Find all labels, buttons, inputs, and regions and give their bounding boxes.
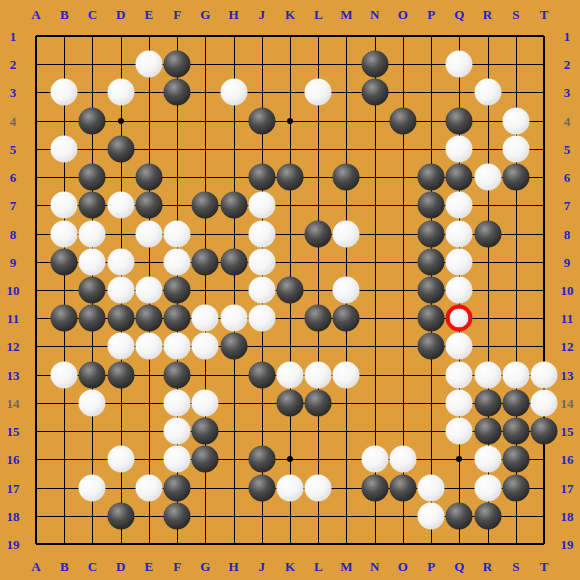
stone-white[interactable]	[502, 361, 529, 388]
col-label-top: S	[512, 8, 519, 21]
row-label-left: 13	[7, 368, 20, 381]
stone-white[interactable]	[446, 220, 473, 247]
stone-white[interactable]	[248, 277, 275, 304]
row-label-right: 2	[564, 58, 571, 71]
col-label-bottom: N	[370, 560, 379, 573]
stone-black[interactable]	[107, 361, 134, 388]
stone-white[interactable]	[135, 474, 162, 501]
stone-black[interactable]	[79, 361, 106, 388]
stone-black[interactable]	[107, 135, 134, 162]
col-label-bottom: S	[512, 560, 519, 573]
stone-black[interactable]	[361, 474, 388, 501]
stone-white[interactable]	[361, 446, 388, 473]
stone-black[interactable]	[418, 164, 445, 191]
stone-white[interactable]	[135, 277, 162, 304]
stone-white[interactable]	[418, 474, 445, 501]
col-label-top: D	[116, 8, 125, 21]
stone-white[interactable]	[164, 418, 191, 445]
stone-black[interactable]	[248, 107, 275, 134]
stone-white[interactable]	[474, 361, 501, 388]
stone-white-last-move[interactable]	[446, 305, 473, 332]
grid-line	[36, 543, 544, 545]
stone-black[interactable]	[502, 418, 529, 445]
stone-white[interactable]	[51, 79, 78, 106]
stone-white[interactable]	[418, 502, 445, 529]
row-label-right: 7	[564, 199, 571, 212]
row-label-right: 4	[564, 114, 571, 127]
grid-line	[543, 36, 545, 544]
row-label-left: 5	[10, 142, 17, 155]
row-label-left: 3	[10, 86, 17, 99]
stone-white[interactable]	[446, 51, 473, 78]
star-point	[287, 456, 293, 462]
col-label-bottom: E	[145, 560, 154, 573]
stone-black[interactable]	[531, 418, 558, 445]
col-label-bottom: K	[285, 560, 295, 573]
col-label-top: L	[314, 8, 323, 21]
stone-black[interactable]	[277, 277, 304, 304]
stone-black[interactable]	[418, 305, 445, 332]
col-label-bottom: T	[540, 560, 549, 573]
row-label-left: 9	[10, 255, 17, 268]
stone-black[interactable]	[418, 248, 445, 275]
stone-white[interactable]	[107, 333, 134, 360]
star-point	[118, 118, 124, 124]
col-label-top: T	[540, 8, 549, 21]
stone-black[interactable]	[192, 446, 219, 473]
stone-black[interactable]	[361, 51, 388, 78]
stone-black[interactable]	[305, 389, 332, 416]
row-label-left: 4	[10, 114, 17, 127]
stone-black[interactable]	[164, 361, 191, 388]
star-point	[456, 456, 462, 462]
stone-white[interactable]	[107, 248, 134, 275]
stone-white[interactable]	[446, 389, 473, 416]
stone-white[interactable]	[277, 361, 304, 388]
stone-black[interactable]	[418, 277, 445, 304]
stone-black[interactable]	[79, 164, 106, 191]
stone-black[interactable]	[446, 164, 473, 191]
stone-white[interactable]	[79, 389, 106, 416]
col-label-bottom: Q	[454, 560, 464, 573]
stone-white[interactable]	[107, 79, 134, 106]
stone-black[interactable]	[446, 502, 473, 529]
col-label-bottom: D	[116, 560, 125, 573]
stone-white[interactable]	[51, 135, 78, 162]
stone-white[interactable]	[446, 192, 473, 219]
stone-white[interactable]	[277, 474, 304, 501]
stone-white[interactable]	[531, 389, 558, 416]
row-label-right: 8	[564, 227, 571, 240]
col-label-top: H	[228, 8, 238, 21]
stone-black[interactable]	[135, 192, 162, 219]
stone-white[interactable]	[305, 79, 332, 106]
row-label-left: 16	[7, 453, 20, 466]
stone-black[interactable]	[502, 389, 529, 416]
row-label-right: 6	[564, 171, 571, 184]
row-label-right: 15	[561, 425, 574, 438]
stone-black[interactable]	[135, 164, 162, 191]
stone-white[interactable]	[164, 446, 191, 473]
row-label-right: 9	[564, 255, 571, 268]
col-label-top: A	[31, 8, 40, 21]
row-label-right: 1	[564, 30, 571, 43]
stone-white[interactable]	[502, 135, 529, 162]
stone-black[interactable]	[79, 305, 106, 332]
stone-white[interactable]	[446, 135, 473, 162]
stone-white[interactable]	[51, 192, 78, 219]
stone-black[interactable]	[474, 220, 501, 247]
stone-black[interactable]	[164, 277, 191, 304]
row-label-right: 10	[561, 284, 574, 297]
stone-black[interactable]	[164, 474, 191, 501]
row-label-left: 19	[7, 538, 20, 551]
row-label-left: 8	[10, 227, 17, 240]
stone-black[interactable]	[51, 305, 78, 332]
stone-black[interactable]	[277, 389, 304, 416]
stone-white[interactable]	[135, 51, 162, 78]
stone-black[interactable]	[51, 248, 78, 275]
stone-black[interactable]	[474, 418, 501, 445]
stone-black[interactable]	[502, 474, 529, 501]
stone-white[interactable]	[135, 333, 162, 360]
stone-white[interactable]	[446, 361, 473, 388]
stone-white[interactable]	[474, 474, 501, 501]
col-label-bottom: F	[173, 560, 181, 573]
col-label-bottom: M	[340, 560, 352, 573]
stone-black[interactable]	[164, 79, 191, 106]
stone-black[interactable]	[305, 220, 332, 247]
stone-black[interactable]	[277, 164, 304, 191]
stone-white[interactable]	[248, 192, 275, 219]
stone-white[interactable]	[135, 220, 162, 247]
stone-white[interactable]	[446, 418, 473, 445]
row-label-left: 15	[7, 425, 20, 438]
row-label-left: 18	[7, 509, 20, 522]
col-label-top: K	[285, 8, 295, 21]
stone-white[interactable]	[446, 248, 473, 275]
stone-black[interactable]	[333, 305, 360, 332]
col-label-top: G	[200, 8, 210, 21]
stone-black[interactable]	[248, 361, 275, 388]
row-label-left: 1	[10, 30, 17, 43]
col-label-top: E	[145, 8, 154, 21]
stone-white[interactable]	[107, 192, 134, 219]
stone-black[interactable]	[305, 305, 332, 332]
stone-white[interactable]	[192, 389, 219, 416]
stone-black[interactable]	[164, 502, 191, 529]
stone-black[interactable]	[220, 192, 247, 219]
stone-black[interactable]	[333, 164, 360, 191]
row-label-right: 19	[561, 538, 574, 551]
stone-white[interactable]	[333, 220, 360, 247]
col-label-bottom: J	[259, 560, 266, 573]
col-label-bottom: H	[228, 560, 238, 573]
stone-white[interactable]	[389, 446, 416, 473]
row-label-left: 12	[7, 340, 20, 353]
stone-black[interactable]	[389, 474, 416, 501]
stone-black[interactable]	[248, 474, 275, 501]
stone-black[interactable]	[220, 333, 247, 360]
stone-white[interactable]	[107, 277, 134, 304]
stone-black[interactable]	[192, 418, 219, 445]
row-label-right: 14	[561, 396, 574, 409]
col-label-bottom: B	[60, 560, 69, 573]
row-label-left: 17	[7, 481, 20, 494]
stone-white[interactable]	[248, 248, 275, 275]
col-label-top: P	[427, 8, 435, 21]
stone-black[interactable]	[418, 192, 445, 219]
stone-black[interactable]	[164, 305, 191, 332]
col-label-top: J	[259, 8, 266, 21]
col-label-top: O	[398, 8, 408, 21]
stone-white[interactable]	[248, 220, 275, 247]
row-label-left: 7	[10, 199, 17, 212]
stone-white[interactable]	[164, 389, 191, 416]
stone-white[interactable]	[474, 79, 501, 106]
stone-white[interactable]	[164, 248, 191, 275]
row-label-right: 16	[561, 453, 574, 466]
stone-white[interactable]	[305, 474, 332, 501]
row-label-right: 3	[564, 86, 571, 99]
stone-white[interactable]	[51, 361, 78, 388]
stone-black[interactable]	[248, 164, 275, 191]
stone-white[interactable]	[51, 220, 78, 247]
stone-white[interactable]	[192, 305, 219, 332]
star-point	[287, 118, 293, 124]
stone-black[interactable]	[192, 192, 219, 219]
col-label-bottom: R	[483, 560, 492, 573]
stone-white[interactable]	[474, 446, 501, 473]
stone-black[interactable]	[79, 107, 106, 134]
stone-black[interactable]	[107, 305, 134, 332]
stone-white[interactable]	[79, 474, 106, 501]
col-label-top: N	[370, 8, 379, 21]
row-label-left: 10	[7, 284, 20, 297]
stone-white[interactable]	[79, 248, 106, 275]
board-grid[interactable]	[0, 0, 580, 580]
row-label-right: 18	[561, 509, 574, 522]
row-label-right: 5	[564, 142, 571, 155]
col-label-top: B	[60, 8, 69, 21]
row-label-right: 17	[561, 481, 574, 494]
stone-white[interactable]	[107, 446, 134, 473]
stone-black[interactable]	[474, 389, 501, 416]
col-label-bottom: P	[427, 560, 435, 573]
go-board: AABBCCDDEEFFGGHHJJKKLLMMNNOOPPQQRRSSTT11…	[0, 0, 580, 580]
stone-black[interactable]	[164, 51, 191, 78]
stone-black[interactable]	[502, 446, 529, 473]
col-label-bottom: L	[314, 560, 323, 573]
col-label-top: M	[340, 8, 352, 21]
stone-black[interactable]	[135, 305, 162, 332]
col-label-top: R	[483, 8, 492, 21]
stone-white[interactable]	[531, 361, 558, 388]
stone-white[interactable]	[446, 277, 473, 304]
row-label-left: 6	[10, 171, 17, 184]
col-label-top: F	[173, 8, 181, 21]
stone-black[interactable]	[474, 502, 501, 529]
row-label-right: 12	[561, 340, 574, 353]
row-label-left: 11	[7, 312, 19, 325]
stone-white[interactable]	[192, 333, 219, 360]
stone-white[interactable]	[164, 220, 191, 247]
stone-white[interactable]	[220, 79, 247, 106]
stone-white[interactable]	[79, 220, 106, 247]
stone-black[interactable]	[418, 220, 445, 247]
stone-white[interactable]	[502, 107, 529, 134]
row-label-left: 2	[10, 58, 17, 71]
col-label-bottom: C	[88, 560, 97, 573]
col-label-top: C	[88, 8, 97, 21]
grid-line	[318, 36, 319, 544]
stone-white[interactable]	[446, 333, 473, 360]
stone-white[interactable]	[305, 361, 332, 388]
stone-black[interactable]	[107, 502, 134, 529]
stone-white[interactable]	[474, 164, 501, 191]
stone-white[interactable]	[333, 361, 360, 388]
stone-black[interactable]	[79, 277, 106, 304]
stone-black[interactable]	[361, 79, 388, 106]
col-label-bottom: G	[200, 560, 210, 573]
row-label-left: 14	[7, 396, 20, 409]
row-label-right: 13	[561, 368, 574, 381]
stone-black[interactable]	[220, 248, 247, 275]
stone-white[interactable]	[333, 277, 360, 304]
stone-white[interactable]	[164, 333, 191, 360]
stone-black[interactable]	[79, 192, 106, 219]
stone-black[interactable]	[192, 248, 219, 275]
col-label-bottom: A	[31, 560, 40, 573]
stone-white[interactable]	[220, 305, 247, 332]
col-label-bottom: O	[398, 560, 408, 573]
stone-white[interactable]	[248, 305, 275, 332]
col-label-top: Q	[454, 8, 464, 21]
row-label-right: 11	[561, 312, 573, 325]
stone-black[interactable]	[248, 446, 275, 473]
stone-black[interactable]	[446, 107, 473, 134]
stone-black[interactable]	[389, 107, 416, 134]
stone-black[interactable]	[502, 164, 529, 191]
stone-black[interactable]	[418, 333, 445, 360]
